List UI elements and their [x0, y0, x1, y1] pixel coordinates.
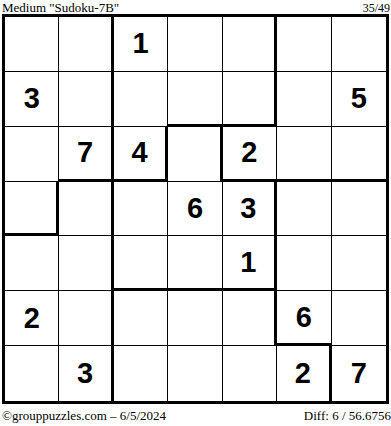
cell-r2c2[interactable]: [59, 72, 113, 127]
cell-r4c3[interactable]: [114, 182, 168, 237]
cell-r6c7[interactable]: [332, 291, 386, 346]
cell-r4c7[interactable]: [332, 182, 386, 237]
cell-r7c7[interactable]: 7: [332, 346, 386, 401]
cell-r7c1[interactable]: [5, 346, 59, 401]
cell-r3c4[interactable]: [168, 127, 222, 182]
copyright-text: ©grouppuzzles.com – 6/5/2024: [2, 408, 166, 424]
cell-r1c1[interactable]: [5, 17, 59, 72]
cell-r2c7[interactable]: 5: [332, 72, 386, 127]
cell-r2c5[interactable]: [223, 72, 277, 127]
cell-r6c3[interactable]: [114, 291, 168, 346]
cell-r7c6[interactable]: 2: [277, 346, 331, 401]
cell-r3c1[interactable]: [5, 127, 59, 182]
cell-r4c6[interactable]: [277, 182, 331, 237]
cell-r4c4[interactable]: 6: [168, 182, 222, 237]
cell-r7c2[interactable]: 3: [59, 346, 113, 401]
cell-r3c2[interactable]: 7: [59, 127, 113, 182]
sudoku-board: 13574263126327: [2, 14, 389, 404]
cell-r6c1[interactable]: 2: [5, 291, 59, 346]
cell-r6c5[interactable]: [223, 291, 277, 346]
cell-r6c2[interactable]: [59, 291, 113, 346]
header: Medium "Sudoku-7B" 35/49: [0, 0, 391, 14]
cell-r7c5[interactable]: [223, 346, 277, 401]
cell-r2c3[interactable]: [114, 72, 168, 127]
cell-r5c3[interactable]: [114, 236, 168, 291]
cell-r3c7[interactable]: [332, 127, 386, 182]
cell-r1c7[interactable]: [332, 17, 386, 72]
cell-r1c6[interactable]: [277, 17, 331, 72]
cell-r1c5[interactable]: [223, 17, 277, 72]
cell-r3c3[interactable]: 4: [114, 127, 168, 182]
cell-r2c4[interactable]: [168, 72, 222, 127]
cell-r2c6[interactable]: [277, 72, 331, 127]
cell-r4c2[interactable]: [59, 182, 113, 237]
cell-r2c1[interactable]: 3: [5, 72, 59, 127]
cell-r3c6[interactable]: [277, 127, 331, 182]
cell-r4c1[interactable]: [5, 182, 59, 237]
cell-r5c1[interactable]: [5, 236, 59, 291]
cell-r4c5[interactable]: 3: [223, 182, 277, 237]
cell-r7c3[interactable]: [114, 346, 168, 401]
cell-r6c4[interactable]: [168, 291, 222, 346]
difficulty-text: Diff: 6 / 56.6756: [304, 408, 391, 424]
footer: ©grouppuzzles.com – 6/5/2024 Diff: 6 / 5…: [0, 408, 391, 424]
cell-r1c3[interactable]: 1: [114, 17, 168, 72]
cell-r5c4[interactable]: [168, 236, 222, 291]
cell-r5c5[interactable]: 1: [223, 236, 277, 291]
cell-r5c2[interactable]: [59, 236, 113, 291]
cell-r5c7[interactable]: [332, 236, 386, 291]
cell-r5c6[interactable]: [277, 236, 331, 291]
cell-r7c4[interactable]: [168, 346, 222, 401]
cell-r1c4[interactable]: [168, 17, 222, 72]
cell-r3c5[interactable]: 2: [223, 127, 277, 182]
cell-r1c2[interactable]: [59, 17, 113, 72]
cell-r6c6[interactable]: 6: [277, 291, 331, 346]
